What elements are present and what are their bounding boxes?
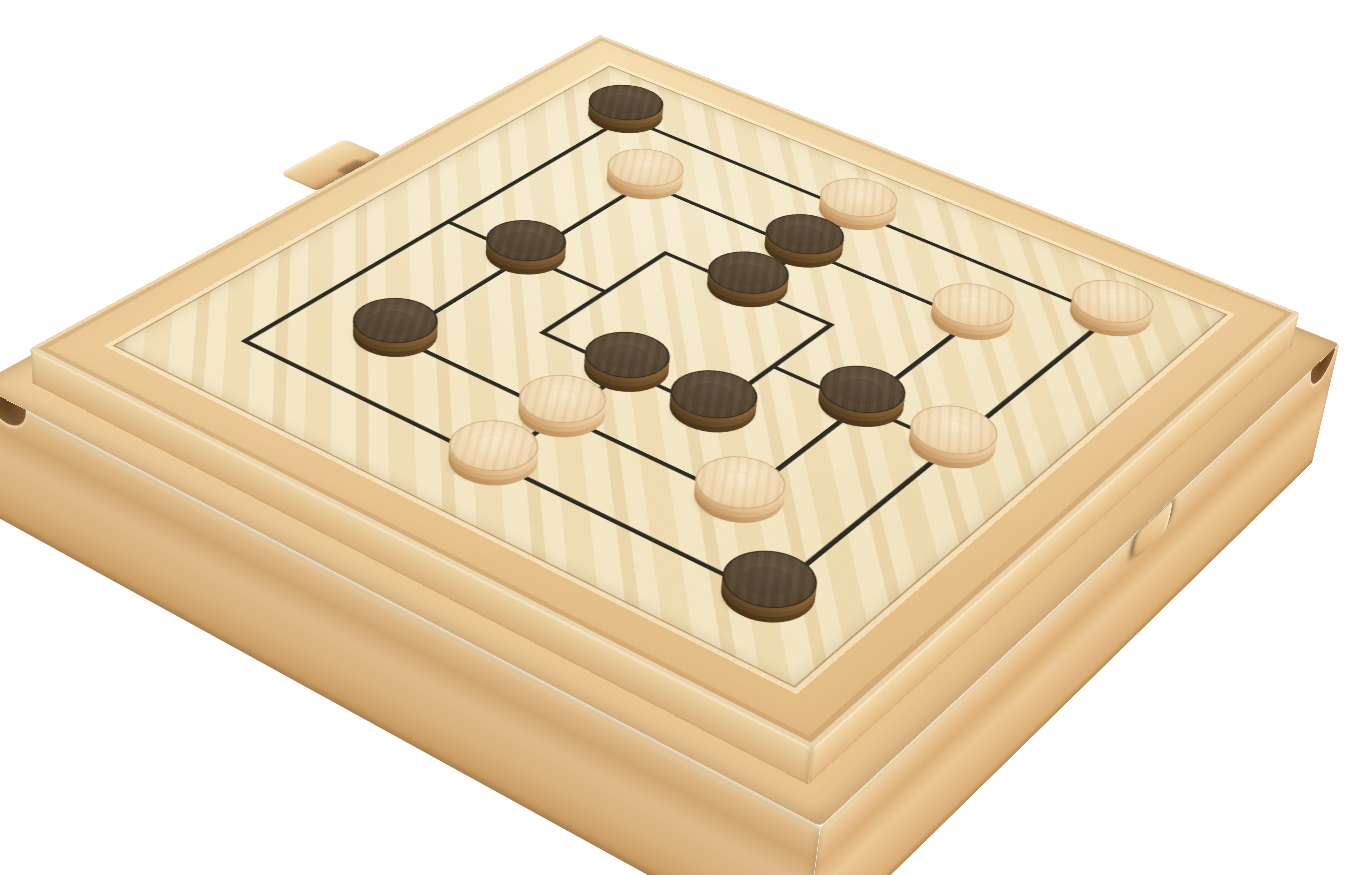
- light-disc-glyph: ○: [700, 458, 781, 507]
- dark-disc-glyph: ●: [825, 367, 901, 411]
- light-disc-glyph: ○: [453, 422, 535, 469]
- dark-disc-glyph: ●: [727, 553, 812, 606]
- photo-scene: ●○○○●○●●●○●●●○○○●: [0, 0, 1356, 875]
- light-disc-glyph: ○: [915, 407, 992, 453]
- dark-disc-glyph: ●: [356, 300, 434, 342]
- light-disc-glyph: ○: [824, 180, 893, 216]
- dark-disc-glyph: ●: [712, 253, 785, 292]
- dark-disc-glyph: ●: [675, 372, 753, 417]
- dark-disc-glyph: ●: [769, 215, 840, 253]
- light-disc-glyph: ○: [1077, 281, 1148, 321]
- light-disc-glyph: ○: [522, 376, 602, 421]
- dark-disc-glyph: ●: [489, 221, 563, 260]
- dark-disc-glyph: ●: [592, 86, 659, 119]
- light-disc-glyph: ○: [938, 285, 1010, 325]
- light-disc-glyph: ○: [611, 150, 681, 185]
- dark-disc-glyph: ●: [589, 333, 666, 376]
